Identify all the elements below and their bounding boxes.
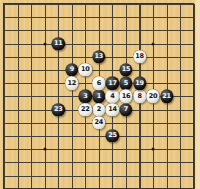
gomoku-board[interactable]: 1234567891011121314151617181920212223242… [0,0,200,189]
move-number-label: 15 [122,67,130,74]
move-number-label: 24 [95,120,103,127]
move-number-label: 18 [135,54,143,61]
move-number-label: 6 [97,80,101,87]
move-number-label: 13 [95,54,103,61]
move-number-label: 22 [81,106,89,113]
move-number-label: 7 [124,106,128,113]
star-point [43,42,46,45]
move-number-label: 16 [122,93,130,100]
move-number-label: 20 [149,93,157,100]
move-number-label: 17 [108,80,116,87]
move-number-label: 23 [54,106,62,113]
move-number-label: 19 [135,80,143,87]
move-number-label: 1 [97,93,101,100]
move-number-label: 12 [68,80,76,87]
star-point [152,42,155,45]
move-number-label: 21 [162,93,170,100]
move-number-label: 25 [108,133,116,140]
move-number-label: 5 [124,80,128,87]
star-point [152,148,155,151]
move-number-label: 11 [54,40,62,47]
move-number-label: 10 [81,67,89,74]
move-number-label: 14 [108,106,116,113]
move-number-label: 4 [110,93,114,100]
star-point [43,148,46,151]
move-number-label: 9 [70,67,74,74]
move-number-label: 3 [83,93,87,100]
move-number-label: 8 [137,93,141,100]
move-number-label: 2 [97,106,101,113]
